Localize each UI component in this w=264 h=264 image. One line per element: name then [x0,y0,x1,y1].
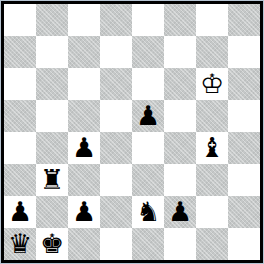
square-g7[interactable] [196,36,228,68]
square-h4[interactable] [228,132,260,164]
black-king: ♚ [40,230,64,257]
square-h6[interactable] [228,68,260,100]
square-f1[interactable] [164,228,196,260]
square-b8[interactable] [36,4,68,36]
square-g2[interactable] [196,196,228,228]
square-f2[interactable]: ♟ [164,196,196,228]
board-border: ♔♟♟♝♜♟♟♞♟♛♚ [1,1,263,263]
white-king: ♔ [200,70,224,97]
square-a3[interactable] [4,164,36,196]
square-h7[interactable] [228,36,260,68]
chess-board: ♔♟♟♝♜♟♟♞♟♛♚ [4,4,260,260]
black-pawn: ♟ [136,102,160,129]
square-b5[interactable] [36,100,68,132]
square-e5[interactable]: ♟ [132,100,164,132]
square-d1[interactable] [100,228,132,260]
square-e2[interactable]: ♞ [132,196,164,228]
square-c3[interactable] [68,164,100,196]
square-f5[interactable] [164,100,196,132]
black-pawn: ♟ [168,198,192,225]
square-b2[interactable] [36,196,68,228]
square-a4[interactable] [4,132,36,164]
square-g1[interactable] [196,228,228,260]
square-a8[interactable] [4,4,36,36]
square-g4[interactable]: ♝ [196,132,228,164]
square-c5[interactable] [68,100,100,132]
square-e1[interactable] [132,228,164,260]
square-f6[interactable] [164,68,196,100]
square-g8[interactable] [196,4,228,36]
square-c7[interactable] [68,36,100,68]
square-c1[interactable] [68,228,100,260]
black-pawn: ♟ [72,198,96,225]
square-d3[interactable] [100,164,132,196]
square-f3[interactable] [164,164,196,196]
square-a7[interactable] [4,36,36,68]
black-pawn: ♟ [72,134,96,161]
square-e8[interactable] [132,4,164,36]
square-f4[interactable] [164,132,196,164]
square-f7[interactable] [164,36,196,68]
square-c2[interactable]: ♟ [68,196,100,228]
square-d6[interactable] [100,68,132,100]
black-rook: ♜ [40,166,64,193]
square-e7[interactable] [132,36,164,68]
square-g5[interactable] [196,100,228,132]
square-h5[interactable] [228,100,260,132]
square-d4[interactable] [100,132,132,164]
square-h8[interactable] [228,4,260,36]
black-queen: ♛ [8,230,32,257]
square-g6[interactable]: ♔ [196,68,228,100]
black-bishop: ♝ [200,134,224,161]
square-c4[interactable]: ♟ [68,132,100,164]
square-b1[interactable]: ♚ [36,228,68,260]
square-d2[interactable] [100,196,132,228]
square-h1[interactable] [228,228,260,260]
square-b4[interactable] [36,132,68,164]
square-h2[interactable] [228,196,260,228]
board-frame: ♔♟♟♝♜♟♟♞♟♛♚ [0,0,264,264]
square-a2[interactable]: ♟ [4,196,36,228]
square-d8[interactable] [100,4,132,36]
square-d7[interactable] [100,36,132,68]
square-a1[interactable]: ♛ [4,228,36,260]
black-knight: ♞ [136,198,160,225]
square-h3[interactable] [228,164,260,196]
square-a5[interactable] [4,100,36,132]
black-pawn: ♟ [8,198,32,225]
square-d5[interactable] [100,100,132,132]
square-a6[interactable] [4,68,36,100]
square-e6[interactable] [132,68,164,100]
square-c6[interactable] [68,68,100,100]
square-c8[interactable] [68,4,100,36]
square-b6[interactable] [36,68,68,100]
square-g3[interactable] [196,164,228,196]
square-b7[interactable] [36,36,68,68]
square-e3[interactable] [132,164,164,196]
square-e4[interactable] [132,132,164,164]
square-b3[interactable]: ♜ [36,164,68,196]
square-f8[interactable] [164,4,196,36]
